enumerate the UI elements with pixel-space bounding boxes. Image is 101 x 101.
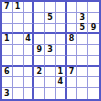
cell-r6c6[interactable] [56,56,67,67]
cell-r4c7[interactable]: 8 [67,34,78,45]
cell-r3c6[interactable] [56,24,67,35]
cell-r4c5[interactable] [45,34,56,45]
cell-r4c1[interactable]: 1 [2,34,13,45]
cell-r5c5[interactable]: 3 [45,45,56,56]
cell-r9c9[interactable] [88,88,99,99]
cell-r9c8[interactable] [77,88,88,99]
cell-r4c6[interactable] [56,34,67,45]
cell-r8c9[interactable] [88,77,99,88]
cell-r5c3[interactable] [24,45,35,56]
cell-r5c1[interactable] [2,45,13,56]
cell-r2c3[interactable] [24,13,35,24]
cell-r9c3[interactable] [24,88,35,99]
cell-r4c4[interactable] [34,34,45,45]
cell-r8c3[interactable] [24,77,35,88]
cell-r5c4[interactable]: 9 [34,45,45,56]
cell-r5c9[interactable] [88,45,99,56]
cell-r2c4[interactable] [34,13,45,24]
cell-r1c1[interactable]: 7 [2,2,13,13]
cell-r4c9[interactable] [88,34,99,45]
cell-r1c8[interactable] [77,2,88,13]
cell-r2c6[interactable] [56,13,67,24]
cell-r2c2[interactable] [13,13,24,24]
cell-r2c5[interactable]: 5 [45,13,56,24]
cell-r1c2[interactable]: 1 [13,2,24,13]
cell-r2c8[interactable]: 3 [77,13,88,24]
cell-r6c7[interactable] [67,56,78,67]
cell-r4c3[interactable]: 4 [24,34,35,45]
cell-r8c6[interactable]: 4 [56,77,67,88]
cell-r7c9[interactable] [88,67,99,78]
cell-r1c6[interactable] [56,2,67,13]
cell-r2c7[interactable] [67,13,78,24]
cell-r7c3[interactable] [24,67,35,78]
cell-r9c7[interactable] [67,88,78,99]
cell-r1c5[interactable] [45,2,56,13]
cell-r3c4[interactable] [34,24,45,35]
cell-r5c8[interactable] [77,45,88,56]
cell-r9c1[interactable]: 3 [2,88,13,99]
cell-r6c8[interactable] [77,56,88,67]
cell-r1c7[interactable] [67,2,78,13]
cell-r2c9[interactable] [88,13,99,24]
cell-r6c2[interactable] [13,56,24,67]
cell-r7c2[interactable] [13,67,24,78]
cell-r1c4[interactable] [34,2,45,13]
cell-r7c8[interactable] [77,67,88,78]
cell-r9c5[interactable] [45,88,56,99]
cell-r3c5[interactable] [45,24,56,35]
cell-r6c4[interactable] [34,56,45,67]
cell-r4c2[interactable] [13,34,24,45]
cell-r7c7[interactable]: 7 [67,67,78,78]
cell-r2c1[interactable] [2,13,13,24]
cell-r3c1[interactable] [2,24,13,35]
cell-r9c4[interactable] [34,88,45,99]
cell-r5c7[interactable] [67,45,78,56]
cell-r7c4[interactable]: 2 [34,67,45,78]
cell-r8c5[interactable] [45,77,56,88]
cell-r7c6[interactable]: 1 [56,67,67,78]
cell-r6c1[interactable] [2,56,13,67]
cell-r7c5[interactable] [45,67,56,78]
cell-r6c9[interactable] [88,56,99,67]
cell-r3c2[interactable] [13,24,24,35]
sudoku-board: 71535914893621743 [0,0,101,101]
cell-r1c9[interactable] [88,2,99,13]
cell-r3c3[interactable] [24,24,35,35]
cell-r8c8[interactable] [77,77,88,88]
cell-r3c8[interactable]: 5 [77,24,88,35]
cell-r9c6[interactable] [56,88,67,99]
cell-r9c2[interactable] [13,88,24,99]
cell-r5c2[interactable] [13,45,24,56]
cell-r1c3[interactable] [24,2,35,13]
cell-r8c2[interactable] [13,77,24,88]
cell-r8c1[interactable] [2,77,13,88]
cell-r4c8[interactable] [77,34,88,45]
cell-r8c4[interactable] [34,77,45,88]
cell-r3c9[interactable]: 9 [88,24,99,35]
cell-r6c3[interactable] [24,56,35,67]
cell-r6c5[interactable] [45,56,56,67]
cell-r3c7[interactable] [67,24,78,35]
cell-r7c1[interactable]: 6 [2,67,13,78]
cell-r8c7[interactable] [67,77,78,88]
cell-r5c6[interactable] [56,45,67,56]
